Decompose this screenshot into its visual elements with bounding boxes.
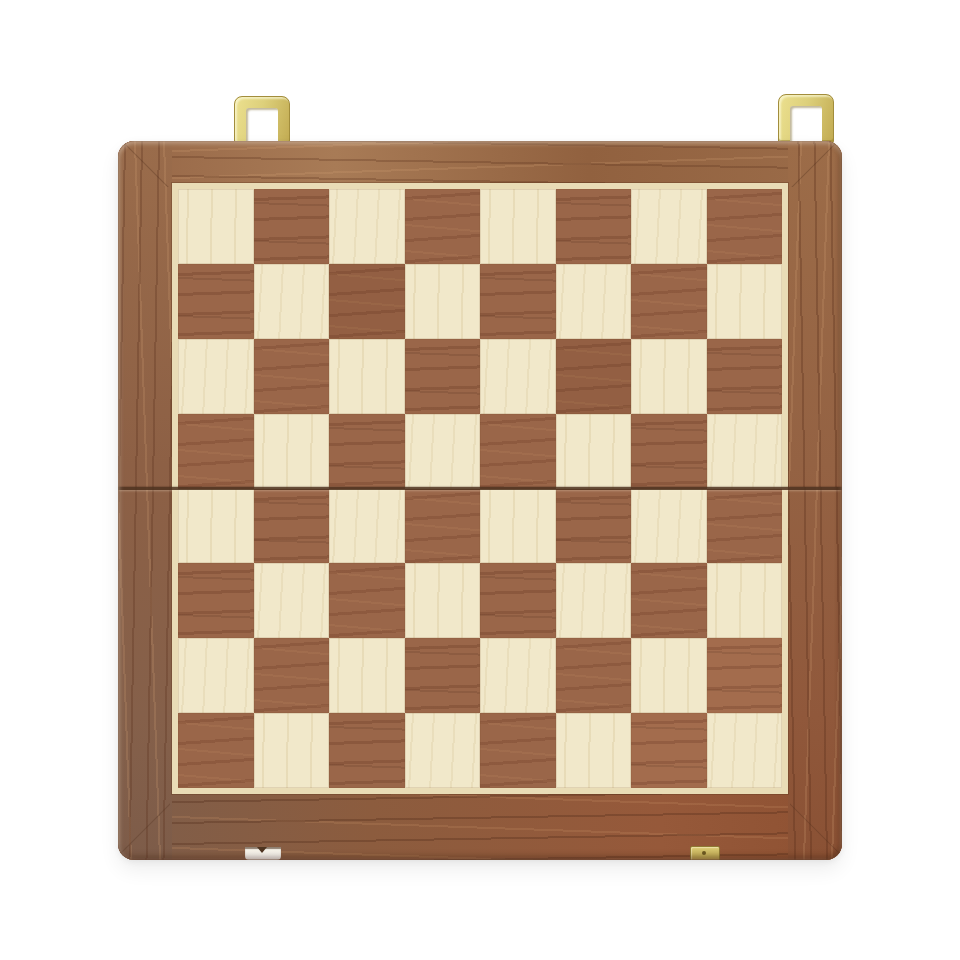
square-h3 — [707, 563, 783, 638]
square-d4 — [405, 489, 481, 564]
square-c8 — [329, 189, 405, 264]
square-g8 — [631, 189, 707, 264]
square-d5 — [405, 414, 481, 489]
square-b8 — [254, 189, 330, 264]
square-f6 — [556, 339, 632, 414]
square-d7 — [405, 264, 481, 339]
square-d8 — [405, 189, 481, 264]
square-a7 — [178, 264, 254, 339]
square-h5 — [707, 414, 783, 489]
square-d2 — [405, 638, 481, 713]
square-f2 — [556, 638, 632, 713]
square-a1 — [178, 713, 254, 788]
square-f3 — [556, 563, 632, 638]
frame-top — [118, 141, 842, 183]
brass-hinge-left-icon — [234, 96, 290, 146]
brass-clasp-right-icon — [690, 846, 720, 860]
square-e4 — [480, 489, 556, 564]
square-c4 — [329, 489, 405, 564]
square-d3 — [405, 563, 481, 638]
square-a8 — [178, 189, 254, 264]
square-f1 — [556, 713, 632, 788]
square-h7 — [707, 264, 783, 339]
square-c5 — [329, 414, 405, 489]
square-b3 — [254, 563, 330, 638]
square-a5 — [178, 414, 254, 489]
square-b4 — [254, 489, 330, 564]
square-a2 — [178, 638, 254, 713]
square-e1 — [480, 713, 556, 788]
square-d6 — [405, 339, 481, 414]
square-c7 — [329, 264, 405, 339]
square-g2 — [631, 638, 707, 713]
square-g6 — [631, 339, 707, 414]
square-g1 — [631, 713, 707, 788]
square-h1 — [707, 713, 783, 788]
square-e2 — [480, 638, 556, 713]
square-g5 — [631, 414, 707, 489]
square-a6 — [178, 339, 254, 414]
square-a4 — [178, 489, 254, 564]
brass-hinge-right-icon — [778, 94, 834, 144]
latch-notch-left — [245, 847, 281, 860]
chessboard-box — [118, 141, 842, 860]
square-e5 — [480, 414, 556, 489]
square-f5 — [556, 414, 632, 489]
square-e6 — [480, 339, 556, 414]
square-c3 — [329, 563, 405, 638]
frame-bottom — [118, 794, 842, 860]
square-g3 — [631, 563, 707, 638]
square-b6 — [254, 339, 330, 414]
square-a3 — [178, 563, 254, 638]
frame-left — [118, 141, 172, 860]
fold-seam — [118, 487, 842, 490]
square-e7 — [480, 264, 556, 339]
square-d1 — [405, 713, 481, 788]
square-f4 — [556, 489, 632, 564]
square-h4 — [707, 489, 783, 564]
square-b2 — [254, 638, 330, 713]
frame-right — [788, 141, 842, 860]
square-g7 — [631, 264, 707, 339]
square-h2 — [707, 638, 783, 713]
square-g4 — [631, 489, 707, 564]
square-e3 — [480, 563, 556, 638]
product-photo — [0, 0, 960, 960]
square-f7 — [556, 264, 632, 339]
square-b1 — [254, 713, 330, 788]
square-b7 — [254, 264, 330, 339]
square-h6 — [707, 339, 783, 414]
hinge-hole — [790, 106, 822, 144]
square-h8 — [707, 189, 783, 264]
square-e8 — [480, 189, 556, 264]
square-c2 — [329, 638, 405, 713]
square-f8 — [556, 189, 632, 264]
square-c6 — [329, 339, 405, 414]
square-b5 — [254, 414, 330, 489]
square-c1 — [329, 713, 405, 788]
